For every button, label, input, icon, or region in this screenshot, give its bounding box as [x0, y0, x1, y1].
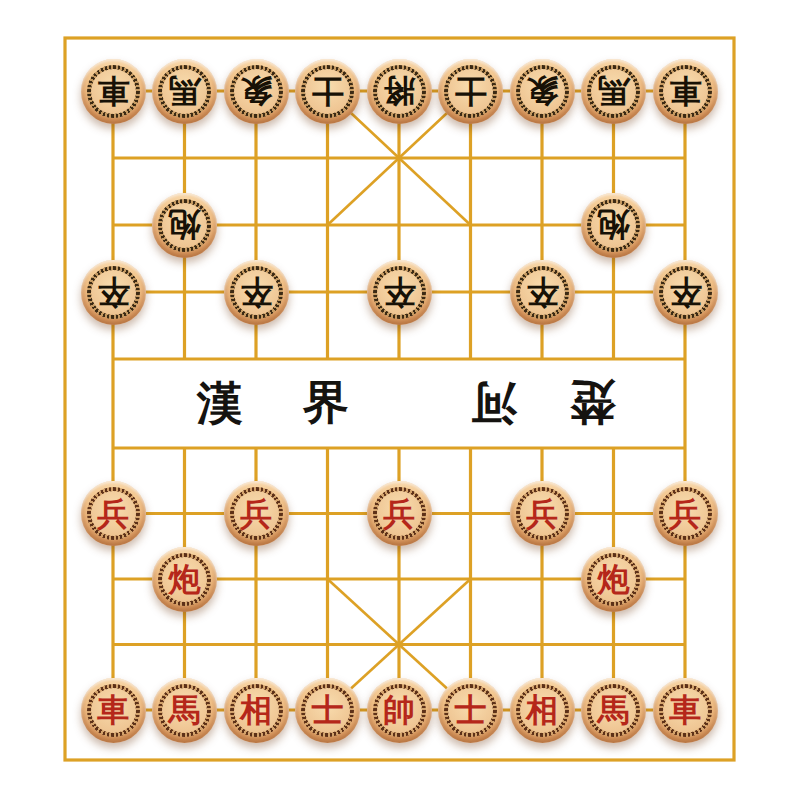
river-label-han: 漢	[197, 381, 243, 427]
piece-glyph: 馬	[581, 678, 646, 743]
piece-glyph: 士	[295, 59, 360, 124]
piece-glyph: 象	[224, 59, 289, 124]
piece-glyph: 炮	[581, 547, 646, 612]
piece-black-horse[interactable]: 馬	[581, 59, 646, 124]
xiangqi-board: 漢 界 河 楚 車馬象士將士象馬車炮炮卒卒卒卒卒兵兵兵兵兵炮炮車馬相士帥士相馬車	[0, 0, 800, 800]
piece-red-horse[interactable]: 馬	[581, 678, 646, 743]
river-label-jie: 界	[303, 380, 349, 426]
piece-black-soldier[interactable]: 卒	[510, 260, 575, 325]
piece-glyph: 馬	[152, 678, 217, 743]
piece-red-soldier[interactable]: 兵	[367, 481, 432, 546]
piece-red-soldier[interactable]: 兵	[224, 481, 289, 546]
piece-glyph: 馬	[581, 59, 646, 124]
piece-black-cannon[interactable]: 炮	[581, 193, 646, 258]
piece-glyph: 相	[510, 678, 575, 743]
piece-glyph: 象	[510, 59, 575, 124]
piece-glyph: 卒	[367, 260, 432, 325]
piece-black-advisor[interactable]: 士	[295, 59, 360, 124]
piece-black-chariot[interactable]: 車	[653, 59, 718, 124]
piece-black-soldier[interactable]: 卒	[653, 260, 718, 325]
piece-glyph: 兵	[367, 481, 432, 546]
piece-red-advisor[interactable]: 士	[438, 678, 503, 743]
piece-glyph: 士	[295, 678, 360, 743]
piece-black-soldier[interactable]: 卒	[224, 260, 289, 325]
piece-glyph: 士	[438, 678, 503, 743]
piece-glyph: 馬	[152, 59, 217, 124]
piece-black-elephant[interactable]: 象	[224, 59, 289, 124]
piece-black-soldier[interactable]: 卒	[81, 260, 146, 325]
piece-glyph: 相	[224, 678, 289, 743]
piece-black-general[interactable]: 將	[367, 59, 432, 124]
piece-glyph: 炮	[152, 547, 217, 612]
river-label-he: 河	[471, 380, 517, 426]
piece-glyph: 兵	[653, 481, 718, 546]
piece-glyph: 炮	[152, 193, 217, 258]
piece-red-soldier[interactable]: 兵	[81, 481, 146, 546]
piece-red-cannon[interactable]: 炮	[152, 547, 217, 612]
piece-glyph: 將	[367, 59, 432, 124]
piece-black-soldier[interactable]: 卒	[367, 260, 432, 325]
piece-glyph: 車	[653, 678, 718, 743]
piece-black-elephant[interactable]: 象	[510, 59, 575, 124]
piece-glyph: 兵	[224, 481, 289, 546]
piece-red-soldier[interactable]: 兵	[653, 481, 718, 546]
piece-red-general[interactable]: 帥	[367, 678, 432, 743]
piece-glyph: 車	[653, 59, 718, 124]
piece-glyph: 卒	[224, 260, 289, 325]
piece-red-elephant[interactable]: 相	[510, 678, 575, 743]
piece-glyph: 卒	[653, 260, 718, 325]
piece-red-elephant[interactable]: 相	[224, 678, 289, 743]
piece-glyph: 帥	[367, 678, 432, 743]
piece-glyph: 兵	[81, 481, 146, 546]
piece-red-chariot[interactable]: 車	[653, 678, 718, 743]
piece-red-chariot[interactable]: 車	[81, 678, 146, 743]
piece-glyph: 卒	[81, 260, 146, 325]
piece-red-horse[interactable]: 馬	[152, 678, 217, 743]
piece-glyph: 車	[81, 59, 146, 124]
piece-red-advisor[interactable]: 士	[295, 678, 360, 743]
piece-glyph: 兵	[510, 481, 575, 546]
piece-glyph: 車	[81, 678, 146, 743]
piece-red-cannon[interactable]: 炮	[581, 547, 646, 612]
piece-black-horse[interactable]: 馬	[152, 59, 217, 124]
river-label-chu: 楚	[570, 379, 616, 425]
piece-black-advisor[interactable]: 士	[438, 59, 503, 124]
piece-black-chariot[interactable]: 車	[81, 59, 146, 124]
piece-black-cannon[interactable]: 炮	[152, 193, 217, 258]
piece-red-soldier[interactable]: 兵	[510, 481, 575, 546]
piece-glyph: 士	[438, 59, 503, 124]
piece-glyph: 炮	[581, 193, 646, 258]
piece-glyph: 卒	[510, 260, 575, 325]
